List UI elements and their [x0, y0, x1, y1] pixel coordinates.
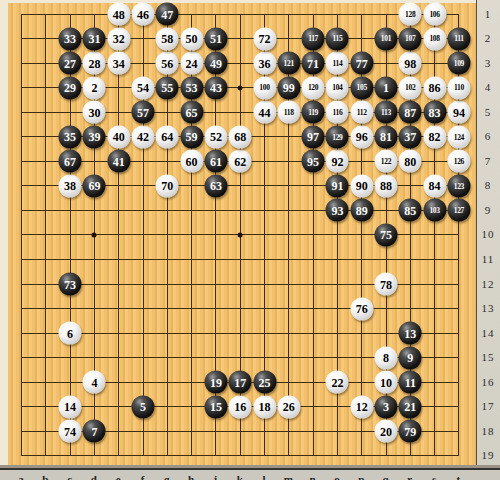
stone-33[interactable]: 33 [59, 27, 82, 50]
stone-71[interactable]: 71 [302, 52, 325, 75]
stone-122[interactable]: 122 [375, 150, 398, 173]
stone-101[interactable]: 101 [375, 27, 398, 50]
stone-63[interactable]: 63 [204, 174, 227, 197]
stone-move-number: 74 [64, 425, 76, 437]
stone-113[interactable]: 113 [375, 101, 398, 124]
stone-move-number: 20 [380, 425, 392, 437]
stone-move-number: 28 [88, 57, 100, 69]
row-label-16: 16 [482, 376, 495, 388]
stone-35[interactable]: 35 [59, 125, 82, 148]
stone-move-number: 46 [137, 8, 149, 20]
stone-move-number: 72 [259, 33, 271, 45]
stone-move-number: 33 [64, 33, 76, 45]
stone-97[interactable]: 97 [302, 125, 325, 148]
stone-move-number: 26 [283, 401, 295, 413]
stone-move-number: 34 [113, 57, 125, 69]
stone-108[interactable]: 108 [423, 27, 446, 50]
stone-6[interactable]: 6 [59, 322, 82, 345]
row-label-14: 14 [482, 327, 495, 339]
stone-move-number: 53 [186, 82, 198, 94]
stone-83[interactable]: 83 [423, 101, 446, 124]
stone-109[interactable]: 109 [447, 52, 470, 75]
stone-37[interactable]: 37 [399, 125, 422, 148]
grid-line-horizontal [21, 308, 459, 309]
stone-move-number: 11 [405, 376, 416, 388]
stone-move-number: 4 [91, 376, 97, 388]
stone-move-number: 112 [357, 108, 367, 116]
col-label-r: r [407, 473, 412, 480]
stone-move-number: 127 [454, 207, 464, 215]
star-point [238, 232, 243, 237]
stone-move-number: 41 [113, 155, 125, 167]
stone-68[interactable]: 68 [229, 125, 252, 148]
stone-20[interactable]: 20 [375, 420, 398, 443]
stone-move-number: 71 [307, 57, 319, 69]
stone-move-number: 19 [210, 376, 222, 388]
stone-move-number: 75 [380, 229, 392, 241]
row-label-13: 13 [482, 302, 495, 314]
stone-46[interactable]: 46 [132, 3, 155, 26]
stone-17[interactable]: 17 [229, 371, 252, 394]
stone-104[interactable]: 104 [326, 76, 349, 99]
board-shadow-edge [0, 468, 500, 480]
stone-move-number: 124 [454, 133, 464, 141]
stone-114[interactable]: 114 [326, 52, 349, 75]
stone-38[interactable]: 38 [59, 174, 82, 197]
stone-53[interactable]: 53 [180, 76, 203, 99]
stone-move-number: 119 [308, 108, 318, 116]
stone-91[interactable]: 91 [326, 174, 349, 197]
stone-move-number: 6 [67, 327, 73, 339]
stone-move-number: 22 [331, 376, 343, 388]
stone-move-number: 9 [407, 352, 413, 364]
stone-92[interactable]: 92 [326, 150, 349, 173]
stone-move-number: 99 [283, 82, 295, 94]
stone-84[interactable]: 84 [423, 174, 446, 197]
stone-move-number: 118 [284, 108, 294, 116]
stone-move-number: 8 [383, 352, 389, 364]
stone-54[interactable]: 54 [132, 76, 155, 99]
stone-73[interactable]: 73 [59, 273, 82, 296]
col-label-a: a [18, 473, 24, 480]
stone-2[interactable]: 2 [83, 76, 106, 99]
row-label-5: 5 [485, 106, 492, 118]
stone-18[interactable]: 18 [253, 395, 276, 418]
stone-87[interactable]: 87 [399, 101, 422, 124]
stone-14[interactable]: 14 [59, 395, 82, 418]
stone-move-number: 91 [331, 180, 343, 192]
col-label-l: l [262, 473, 265, 480]
stone-85[interactable]: 85 [399, 199, 422, 222]
stone-81[interactable]: 81 [375, 125, 398, 148]
stone-52[interactable]: 52 [204, 125, 227, 148]
stone-62[interactable]: 62 [229, 150, 252, 173]
stone-move-number: 114 [332, 59, 342, 67]
stone-51[interactable]: 51 [204, 27, 227, 50]
stone-move-number: 67 [64, 155, 76, 167]
stone-move-number: 14 [64, 401, 76, 413]
stone-24[interactable]: 24 [180, 52, 203, 75]
stone-move-number: 52 [210, 131, 222, 143]
stone-move-number: 94 [453, 106, 465, 118]
stone-move-number: 107 [405, 35, 415, 43]
row-label-18: 18 [482, 425, 495, 437]
stone-move-number: 3 [383, 401, 389, 413]
stone-118[interactable]: 118 [277, 101, 300, 124]
stone-move-number: 97 [307, 131, 319, 143]
stone-16[interactable]: 16 [229, 395, 252, 418]
stone-move-number: 111 [454, 35, 464, 43]
stone-102[interactable]: 102 [399, 76, 422, 99]
stone-29[interactable]: 29 [59, 76, 82, 99]
stone-1[interactable]: 1 [375, 76, 398, 99]
row-label-9: 9 [485, 204, 492, 216]
stone-78[interactable]: 78 [375, 273, 398, 296]
stone-74[interactable]: 74 [59, 420, 82, 443]
stone-9[interactable]: 9 [399, 346, 422, 369]
stone-move-number: 93 [331, 204, 343, 216]
stone-69[interactable]: 69 [83, 174, 106, 197]
stone-19[interactable]: 19 [204, 371, 227, 394]
stone-34[interactable]: 34 [107, 52, 130, 75]
stone-55[interactable]: 55 [156, 76, 179, 99]
stone-move-number: 63 [210, 180, 222, 192]
row-label-4: 4 [485, 81, 492, 93]
stone-39[interactable]: 39 [83, 125, 106, 148]
row-label-1: 1 [485, 8, 492, 20]
row-label-7: 7 [485, 155, 492, 167]
stone-127[interactable]: 127 [447, 199, 470, 222]
stone-22[interactable]: 22 [326, 371, 349, 394]
row-label-3: 3 [485, 57, 492, 69]
stone-96[interactable]: 96 [350, 125, 373, 148]
stone-move-number: 65 [186, 106, 198, 118]
stone-move-number: 100 [259, 84, 269, 92]
row-label-6: 6 [485, 130, 492, 142]
stone-36[interactable]: 36 [253, 52, 276, 75]
stone-move-number: 31 [88, 33, 100, 45]
stone-move-number: 25 [259, 376, 271, 388]
col-label-s: s [432, 473, 436, 480]
stone-move-number: 81 [380, 131, 392, 143]
stone-107[interactable]: 107 [399, 27, 422, 50]
stone-43[interactable]: 43 [204, 76, 227, 99]
stone-move-number: 60 [186, 155, 198, 167]
stone-126[interactable]: 126 [447, 150, 470, 173]
stone-move-number: 108 [429, 35, 439, 43]
stone-79[interactable]: 79 [399, 420, 422, 443]
stone-move-number: 24 [186, 57, 198, 69]
stone-move-number: 50 [186, 33, 198, 45]
row-label-10: 10 [482, 228, 495, 240]
stone-116[interactable]: 116 [326, 101, 349, 124]
stone-119[interactable]: 119 [302, 101, 325, 124]
stone-move-number: 54 [137, 82, 149, 94]
stone-12[interactable]: 12 [350, 395, 373, 418]
col-label-k: k [237, 473, 243, 480]
row-label-12: 12 [482, 278, 495, 290]
stone-40[interactable]: 40 [107, 125, 130, 148]
stone-98[interactable]: 98 [399, 52, 422, 75]
go-board-panel: 12345678910111213141516171819abcdefghjkl… [0, 0, 500, 480]
stone-move-number: 37 [404, 131, 416, 143]
col-label-f: f [141, 473, 145, 480]
stone-move-number: 110 [454, 84, 464, 92]
stone-move-number: 92 [331, 155, 343, 167]
row-label-2: 2 [485, 32, 492, 44]
stone-57[interactable]: 57 [132, 101, 155, 124]
stone-move-number: 39 [88, 131, 100, 143]
stone-move-number: 58 [161, 33, 173, 45]
stone-move-number: 15 [210, 401, 222, 413]
stone-move-number: 59 [186, 131, 198, 143]
stone-117[interactable]: 117 [302, 27, 325, 50]
stone-77[interactable]: 77 [350, 52, 373, 75]
stone-28[interactable]: 28 [83, 52, 106, 75]
stone-move-number: 5 [140, 401, 146, 413]
stone-move-number: 104 [332, 84, 342, 92]
stone-move-number: 102 [405, 84, 415, 92]
stone-move-number: 32 [113, 33, 125, 45]
col-label-m: m [284, 473, 293, 480]
stone-move-number: 88 [380, 180, 392, 192]
stone-move-number: 129 [332, 133, 342, 141]
stone-41[interactable]: 41 [107, 150, 130, 173]
stone-89[interactable]: 89 [350, 199, 373, 222]
stone-move-number: 103 [429, 207, 439, 215]
stone-129[interactable]: 129 [326, 125, 349, 148]
stone-move-number: 70 [161, 180, 173, 192]
stone-move-number: 61 [210, 155, 222, 167]
stone-123[interactable]: 123 [447, 174, 470, 197]
stone-move-number: 51 [210, 33, 222, 45]
stone-121[interactable]: 121 [277, 52, 300, 75]
grid-line-horizontal [21, 333, 459, 334]
row-label-11: 11 [482, 253, 495, 265]
stone-11[interactable]: 11 [399, 371, 422, 394]
col-label-c: c [67, 473, 72, 480]
stone-move-number: 7 [91, 425, 97, 437]
stone-93[interactable]: 93 [326, 199, 349, 222]
stone-move-number: 120 [308, 84, 318, 92]
col-label-h: h [188, 473, 194, 480]
stone-30[interactable]: 30 [83, 101, 106, 124]
col-label-t: t [457, 473, 461, 480]
stone-move-number: 87 [404, 106, 416, 118]
stone-move-number: 29 [64, 82, 76, 94]
stone-44[interactable]: 44 [253, 101, 276, 124]
row-label-8: 8 [485, 179, 492, 191]
stone-56[interactable]: 56 [156, 52, 179, 75]
stone-76[interactable]: 76 [350, 297, 373, 320]
stone-move-number: 101 [381, 35, 391, 43]
stone-49[interactable]: 49 [204, 52, 227, 75]
stone-move-number: 10 [380, 376, 392, 388]
stone-move-number: 35 [64, 131, 76, 143]
stone-82[interactable]: 82 [423, 125, 446, 148]
col-label-j: j [214, 473, 218, 480]
stone-7[interactable]: 7 [83, 420, 106, 443]
stone-move-number: 80 [404, 155, 416, 167]
stone-move-number: 78 [380, 278, 392, 290]
stone-10[interactable]: 10 [375, 371, 398, 394]
col-label-e: e [116, 473, 121, 480]
stone-115[interactable]: 115 [326, 27, 349, 50]
stone-61[interactable]: 61 [204, 150, 227, 173]
stone-move-number: 43 [210, 82, 222, 94]
stone-64[interactable]: 64 [156, 125, 179, 148]
stone-72[interactable]: 72 [253, 27, 276, 50]
star-point [92, 232, 97, 237]
stone-60[interactable]: 60 [180, 150, 203, 173]
stone-move-number: 18 [259, 401, 271, 413]
stone-move-number: 48 [113, 8, 125, 20]
stone-move-number: 128 [405, 10, 415, 18]
row-label-17: 17 [482, 400, 495, 412]
stone-move-number: 49 [210, 57, 222, 69]
stone-move-number: 117 [308, 35, 318, 43]
stone-31[interactable]: 31 [83, 27, 106, 50]
stone-67[interactable]: 67 [59, 150, 82, 173]
stone-move-number: 64 [161, 131, 173, 143]
stone-move-number: 13 [404, 327, 416, 339]
stone-88[interactable]: 88 [375, 174, 398, 197]
stone-move-number: 44 [259, 106, 271, 118]
stone-move-number: 2 [91, 82, 97, 94]
stone-move-number: 95 [307, 155, 319, 167]
stone-90[interactable]: 90 [350, 174, 373, 197]
stone-move-number: 123 [454, 182, 464, 190]
stone-move-number: 85 [404, 204, 416, 216]
stone-move-number: 55 [161, 82, 173, 94]
stone-move-number: 96 [356, 131, 368, 143]
grid-line-horizontal [21, 455, 459, 456]
stone-move-number: 76 [356, 303, 368, 315]
stone-move-number: 36 [259, 57, 271, 69]
stone-4[interactable]: 4 [83, 371, 106, 394]
stone-move-number: 38 [64, 180, 76, 192]
stone-move-number: 16 [234, 401, 246, 413]
stone-58[interactable]: 58 [156, 27, 179, 50]
stone-move-number: 109 [454, 59, 464, 67]
stone-59[interactable]: 59 [180, 125, 203, 148]
stone-move-number: 40 [113, 131, 125, 143]
stone-move-number: 106 [429, 10, 439, 18]
stone-110[interactable]: 110 [447, 76, 470, 99]
col-label-d: d [91, 473, 97, 480]
stone-21[interactable]: 21 [399, 395, 422, 418]
stone-move-number: 1 [383, 82, 389, 94]
stone-move-number: 90 [356, 180, 368, 192]
stone-move-number: 68 [234, 131, 246, 143]
stone-move-number: 79 [404, 425, 416, 437]
stone-48[interactable]: 48 [107, 3, 130, 26]
stone-106[interactable]: 106 [423, 3, 446, 26]
row-label-15: 15 [482, 351, 495, 363]
stone-70[interactable]: 70 [156, 174, 179, 197]
stone-26[interactable]: 26 [277, 395, 300, 418]
col-label-p: p [358, 473, 364, 480]
col-label-o: o [334, 473, 340, 480]
stone-8[interactable]: 8 [375, 346, 398, 369]
stone-move-number: 116 [332, 108, 342, 116]
stone-65[interactable]: 65 [180, 101, 203, 124]
stone-move-number: 27 [64, 57, 76, 69]
star-point [238, 85, 243, 90]
col-label-q: q [382, 473, 388, 480]
stone-80[interactable]: 80 [399, 150, 422, 173]
stone-move-number: 105 [357, 84, 367, 92]
stone-103[interactable]: 103 [423, 199, 446, 222]
stone-move-number: 62 [234, 155, 246, 167]
stone-move-number: 115 [332, 35, 342, 43]
stone-move-number: 56 [161, 57, 173, 69]
stone-94[interactable]: 94 [447, 101, 470, 124]
stone-move-number: 57 [137, 106, 149, 118]
stone-42[interactable]: 42 [132, 125, 155, 148]
stone-move-number: 98 [404, 57, 416, 69]
stone-move-number: 42 [137, 131, 149, 143]
stone-128[interactable]: 128 [399, 3, 422, 26]
stone-move-number: 86 [429, 82, 441, 94]
stone-move-number: 30 [88, 106, 100, 118]
stone-86[interactable]: 86 [423, 76, 446, 99]
col-label-g: g [164, 473, 170, 480]
stone-3[interactable]: 3 [375, 395, 398, 418]
stone-13[interactable]: 13 [399, 322, 422, 345]
stone-move-number: 69 [88, 180, 100, 192]
stone-50[interactable]: 50 [180, 27, 203, 50]
stone-95[interactable]: 95 [302, 150, 325, 173]
stone-move-number: 47 [161, 8, 173, 20]
stone-27[interactable]: 27 [59, 52, 82, 75]
stone-move-number: 121 [284, 59, 294, 67]
stone-47[interactable]: 47 [156, 3, 179, 26]
stone-move-number: 126 [454, 158, 464, 166]
stone-75[interactable]: 75 [375, 223, 398, 246]
stone-124[interactable]: 124 [447, 125, 470, 148]
stone-25[interactable]: 25 [253, 371, 276, 394]
stone-move-number: 73 [64, 278, 76, 290]
col-label-b: b [42, 473, 48, 480]
stone-111[interactable]: 111 [447, 27, 470, 50]
stone-move-number: 84 [429, 180, 441, 192]
stone-120[interactable]: 120 [302, 76, 325, 99]
stone-move-number: 21 [404, 401, 416, 413]
grid-line-horizontal [21, 259, 459, 260]
stone-99[interactable]: 99 [277, 76, 300, 99]
stone-move-number: 113 [381, 108, 391, 116]
stone-32[interactable]: 32 [107, 27, 130, 50]
stone-112[interactable]: 112 [350, 101, 373, 124]
stone-105[interactable]: 105 [350, 76, 373, 99]
stone-move-number: 83 [429, 106, 441, 118]
stone-move-number: 77 [356, 57, 368, 69]
stone-move-number: 122 [381, 158, 391, 166]
stone-15[interactable]: 15 [204, 395, 227, 418]
stone-move-number: 12 [356, 401, 368, 413]
stone-100[interactable]: 100 [253, 76, 276, 99]
stone-move-number: 82 [429, 131, 441, 143]
stone-move-number: 89 [356, 204, 368, 216]
stone-5[interactable]: 5 [132, 395, 155, 418]
row-label-19: 19 [482, 449, 495, 461]
stone-move-number: 17 [234, 376, 246, 388]
col-label-n: n [310, 473, 316, 480]
